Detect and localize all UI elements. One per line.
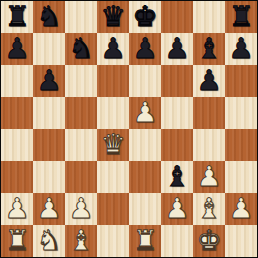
square-b1[interactable]: ♞	[33, 225, 65, 257]
square-a6[interactable]	[1, 65, 33, 97]
square-g5[interactable]	[193, 97, 225, 129]
square-g2[interactable]: ♝	[193, 193, 225, 225]
square-f3[interactable]: ♝	[161, 161, 193, 193]
square-e4[interactable]	[129, 129, 161, 161]
square-h7[interactable]: ♟	[225, 33, 257, 65]
piece-white-pawn[interactable]: ♟	[68, 193, 93, 225]
piece-white-queen[interactable]: ♛	[100, 129, 125, 161]
square-h8[interactable]: ♜	[225, 1, 257, 33]
piece-white-pawn[interactable]: ♟	[36, 193, 61, 225]
piece-black-pawn[interactable]: ♟	[4, 33, 29, 65]
piece-black-pawn[interactable]: ♟	[196, 65, 221, 97]
piece-black-pawn[interactable]: ♟	[36, 65, 61, 97]
piece-white-knight[interactable]: ♞	[36, 225, 61, 257]
square-c3[interactable]	[65, 161, 97, 193]
square-b5[interactable]	[33, 97, 65, 129]
square-e6[interactable]	[129, 65, 161, 97]
square-c5[interactable]	[65, 97, 97, 129]
piece-white-king[interactable]: ♚	[196, 225, 221, 257]
square-g7[interactable]: ♝	[193, 33, 225, 65]
piece-white-bishop[interactable]: ♝	[196, 193, 221, 225]
square-a4[interactable]	[1, 129, 33, 161]
square-a8[interactable]: ♜	[1, 1, 33, 33]
square-f8[interactable]	[161, 1, 193, 33]
square-c4[interactable]	[65, 129, 97, 161]
square-h5[interactable]	[225, 97, 257, 129]
square-g4[interactable]	[193, 129, 225, 161]
piece-black-pawn[interactable]: ♟	[132, 33, 157, 65]
piece-white-pawn[interactable]: ♟	[228, 193, 253, 225]
chess-board: ♜♞♛♚♜♟♞♟♟♟♝♟♟♟♟♛♝♟♟♟♟♟♝♟♜♞♝♜♚	[1, 1, 257, 257]
square-d2[interactable]	[97, 193, 129, 225]
piece-black-pawn[interactable]: ♟	[164, 33, 189, 65]
square-e8[interactable]: ♚	[129, 1, 161, 33]
square-e1[interactable]: ♜	[129, 225, 161, 257]
piece-black-bishop[interactable]: ♝	[164, 161, 189, 193]
square-h4[interactable]	[225, 129, 257, 161]
square-f7[interactable]: ♟	[161, 33, 193, 65]
square-a3[interactable]	[1, 161, 33, 193]
square-d8[interactable]: ♛	[97, 1, 129, 33]
square-b4[interactable]	[33, 129, 65, 161]
square-a7[interactable]: ♟	[1, 33, 33, 65]
square-d7[interactable]: ♟	[97, 33, 129, 65]
square-h6[interactable]	[225, 65, 257, 97]
piece-black-bishop[interactable]: ♝	[196, 33, 221, 65]
square-h3[interactable]	[225, 161, 257, 193]
square-h1[interactable]	[225, 225, 257, 257]
square-a5[interactable]	[1, 97, 33, 129]
piece-black-king[interactable]: ♚	[132, 1, 157, 33]
square-b3[interactable]	[33, 161, 65, 193]
square-a1[interactable]: ♜	[1, 225, 33, 257]
piece-black-knight[interactable]: ♞	[36, 1, 61, 33]
piece-white-pawn[interactable]: ♟	[164, 193, 189, 225]
piece-black-pawn[interactable]: ♟	[100, 33, 125, 65]
square-f2[interactable]: ♟	[161, 193, 193, 225]
square-f5[interactable]	[161, 97, 193, 129]
square-c1[interactable]: ♝	[65, 225, 97, 257]
piece-black-rook[interactable]: ♜	[228, 1, 253, 33]
square-b7[interactable]	[33, 33, 65, 65]
piece-white-bishop[interactable]: ♝	[68, 225, 93, 257]
piece-white-pawn[interactable]: ♟	[196, 161, 221, 193]
square-a2[interactable]: ♟	[1, 193, 33, 225]
square-c7[interactable]: ♞	[65, 33, 97, 65]
piece-white-pawn[interactable]: ♟	[4, 193, 29, 225]
square-b2[interactable]: ♟	[33, 193, 65, 225]
square-d4[interactable]: ♛	[97, 129, 129, 161]
piece-black-pawn[interactable]: ♟	[228, 33, 253, 65]
square-b8[interactable]: ♞	[33, 1, 65, 33]
square-h2[interactable]: ♟	[225, 193, 257, 225]
square-d1[interactable]	[97, 225, 129, 257]
square-b6[interactable]: ♟	[33, 65, 65, 97]
square-e3[interactable]	[129, 161, 161, 193]
square-c2[interactable]: ♟	[65, 193, 97, 225]
piece-white-rook[interactable]: ♜	[132, 225, 157, 257]
square-e5[interactable]: ♟	[129, 97, 161, 129]
square-f6[interactable]	[161, 65, 193, 97]
square-d3[interactable]	[97, 161, 129, 193]
square-c8[interactable]	[65, 1, 97, 33]
chess-board-frame: ♜♞♛♚♜♟♞♟♟♟♝♟♟♟♟♛♝♟♟♟♟♟♝♟♜♞♝♜♚	[0, 0, 258, 258]
square-d5[interactable]	[97, 97, 129, 129]
piece-black-knight[interactable]: ♞	[68, 33, 93, 65]
square-f1[interactable]	[161, 225, 193, 257]
square-f4[interactable]	[161, 129, 193, 161]
square-g8[interactable]	[193, 1, 225, 33]
square-d6[interactable]	[97, 65, 129, 97]
piece-black-queen[interactable]: ♛	[100, 1, 125, 33]
square-c6[interactable]	[65, 65, 97, 97]
square-g3[interactable]: ♟	[193, 161, 225, 193]
square-e7[interactable]: ♟	[129, 33, 161, 65]
square-g1[interactable]: ♚	[193, 225, 225, 257]
square-g6[interactable]: ♟	[193, 65, 225, 97]
piece-black-rook[interactable]: ♜	[4, 1, 29, 33]
piece-white-pawn[interactable]: ♟	[132, 97, 157, 129]
piece-white-rook[interactable]: ♜	[4, 225, 29, 257]
square-e2[interactable]	[129, 193, 161, 225]
